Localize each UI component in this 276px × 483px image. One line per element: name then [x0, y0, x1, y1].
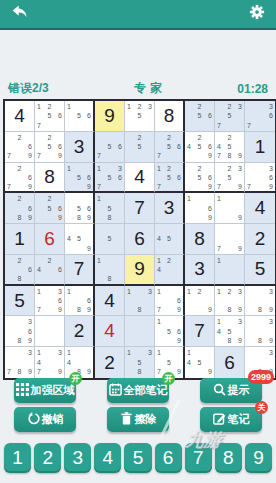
cell-notes: 567: [95, 132, 124, 162]
sudoku-cell-r1c1[interactable]: 4: [5, 101, 35, 132]
sudoku-cell-r1c7[interactable]: 256: [185, 101, 215, 132]
top-bar: [0, 0, 276, 30]
digit-button-8[interactable]: 8: [215, 443, 242, 473]
sudoku-cell-r8c6[interactable]: 1569: [155, 316, 185, 347]
sudoku-cell-r7c5[interactable]: 138: [125, 286, 155, 317]
cell-value: 9: [134, 258, 145, 280]
cell-notes: 2679: [5, 132, 34, 162]
notes-off-badge: 关: [255, 401, 268, 414]
sudoku-cell-r2c7[interactable]: 24569: [185, 132, 215, 163]
sudoku-cell-r7c3[interactable]: 1689: [65, 286, 95, 317]
cell-notes: 367: [245, 101, 275, 131]
sudoku-cell-r4c2[interactable]: 2569: [35, 193, 65, 224]
cell-value: 7: [74, 258, 85, 280]
cell-notes: 156: [65, 101, 93, 131]
sudoku-cell-r3c3[interactable]: 1569: [65, 163, 95, 194]
cell-value: 5: [255, 258, 266, 280]
sudoku-cell-r7c1[interactable]: 5: [5, 286, 35, 317]
toggle-on-badge: 开: [69, 372, 82, 385]
cell-value: 5: [14, 290, 25, 312]
cell-notes: 245789: [215, 132, 244, 162]
sudoku-cell-r5c2[interactable]: 6: [35, 224, 65, 255]
cell-notes: 3789: [5, 347, 34, 378]
difficulty-label: 专家: [134, 80, 166, 97]
cell-notes: 2569: [185, 163, 214, 192]
cell-notes: 389: [245, 316, 275, 346]
cell-notes: 13567: [95, 163, 124, 192]
sudoku-cell-r9c5[interactable]: 1358: [125, 347, 155, 378]
digit-button-4[interactable]: 4: [94, 443, 121, 473]
undo-icon: [27, 412, 40, 427]
sudoku-cell-r6c5[interactable]: 9: [125, 255, 155, 286]
cell-notes: 134589: [215, 316, 244, 346]
app-window: 错误2/3 专家 01:28 4125671569123582562357367…: [0, 0, 276, 483]
cell-notes: 3679: [245, 163, 275, 192]
digit-button-5[interactable]: 5: [124, 443, 151, 473]
cell-notes: 158: [95, 193, 124, 223]
highlight-regions-button[interactable]: 加强区域 开: [14, 378, 76, 403]
cell-notes: 1569: [155, 316, 183, 346]
digit-button-2[interactable]: 2: [34, 443, 61, 473]
sudoku-cell-r4c5[interactable]: 7: [125, 193, 155, 224]
sudoku-cell-r2c8[interactable]: 245789: [215, 132, 245, 163]
sudoku-cell-r1c9[interactable]: 367: [245, 101, 275, 132]
sudoku-cell-r7c6[interactable]: 1679: [155, 286, 185, 317]
digit-button-1[interactable]: 1: [4, 443, 31, 473]
cell-notes: 256: [185, 101, 214, 131]
cell-notes: 389: [245, 286, 275, 316]
cell-notes: 1459: [185, 347, 214, 378]
cell-value: 4: [255, 197, 266, 219]
cell-notes: 13479: [35, 347, 64, 378]
cell-value: 2: [104, 352, 115, 374]
sudoku-cell-r7c8[interactable]: 12389: [215, 286, 245, 317]
sudoku-cell-r9c8[interactable]: 6: [215, 347, 245, 378]
sudoku-cell-r5c6[interactable]: 45: [155, 224, 185, 255]
hint-label: 提示: [228, 383, 250, 398]
sudoku-cell-r3c1[interactable]: 2679: [5, 163, 35, 194]
cell-value-error: 4: [104, 320, 115, 342]
gear-icon: [248, 3, 266, 25]
cell-value: 1: [255, 136, 266, 158]
sudoku-cell-r5c8[interactable]: 79: [215, 224, 245, 255]
cell-value: 4: [134, 166, 145, 188]
sudoku-cell-r8c9[interactable]: 389: [245, 316, 275, 347]
sudoku-cell-r3c5[interactable]: 4: [125, 163, 155, 194]
cell-notes: 12389: [215, 286, 244, 316]
sudoku-cell-r6c7[interactable]: 3: [185, 255, 215, 286]
toggle-on-badge: 开: [162, 372, 175, 385]
digit-button-3[interactable]: 3: [64, 443, 91, 473]
sudoku-cell-r4c7[interactable]: 169: [185, 193, 215, 224]
sudoku-cell-r7c7[interactable]: 129: [185, 286, 215, 317]
cell-notes: 2689: [5, 193, 34, 223]
sudoku-cell-r2c4[interactable]: 567: [95, 132, 125, 163]
sudoku-cell-r7c4[interactable]: 4: [95, 286, 125, 317]
cell-notes: 1235: [125, 101, 154, 131]
digit-button-7[interactable]: 7: [185, 443, 212, 473]
cell-value: 7: [194, 320, 205, 342]
cell-value: 6: [134, 228, 145, 250]
cell-notes: 1: [215, 255, 244, 284]
numpad: 1 2 3 4 5 6 7 8 9: [4, 443, 272, 473]
sudoku-cell-r1c3[interactable]: 156: [65, 101, 95, 132]
cell-value: 3: [74, 136, 85, 158]
cell-notes: 129: [185, 286, 214, 316]
cell-notes: 24569: [185, 132, 214, 162]
cell-notes: 5: [95, 224, 124, 254]
cell-notes: 2567: [155, 132, 183, 162]
sudoku-cell-r2c3[interactable]: 3: [65, 132, 95, 163]
hint-count-badge: 2999: [248, 370, 274, 384]
cell-value: 2: [255, 228, 266, 250]
back-button[interactable]: [7, 2, 31, 26]
sudoku-cell-r1c8[interactable]: 2357: [215, 101, 245, 132]
sudoku-cell-r2c5[interactable]: 25: [125, 132, 155, 163]
cell-notes: 1689: [65, 286, 93, 316]
sudoku-cell-r9c4[interactable]: 2: [95, 347, 125, 378]
digit-button-9[interactable]: 9: [245, 443, 272, 473]
sudoku-cell-r4c3[interactable]: 5689: [65, 193, 95, 224]
cell-value: 2: [74, 320, 85, 342]
sudoku-cell-r6c1[interactable]: 268: [5, 255, 35, 286]
sudoku-cell-r4c1[interactable]: 2689: [5, 193, 35, 224]
sudoku-cell-r3c8[interactable]: 23579: [215, 163, 245, 194]
sudoku-cell-r8c8[interactable]: 134589: [215, 316, 245, 347]
cell-notes: 25: [125, 132, 154, 162]
grid-icon: [16, 383, 29, 398]
sudoku-cell-r9c2[interactable]: 13479: [35, 347, 65, 378]
cell-notes: 12567: [155, 163, 183, 192]
cell-notes: 124: [155, 255, 183, 284]
cell-notes: 3689: [5, 316, 34, 346]
all-notes-button[interactable]: 全部笔记 开: [107, 378, 169, 403]
sudoku-cell-r5c3[interactable]: 459: [65, 224, 95, 255]
cell-value: 8: [44, 166, 55, 188]
sudoku-cell-r5c4[interactable]: 5: [95, 224, 125, 255]
cell-notes: 25679: [35, 132, 64, 162]
erase-button[interactable]: 擦除: [107, 407, 169, 432]
sudoku-cell-r7c9[interactable]: 389: [245, 286, 275, 317]
search-icon: [213, 383, 226, 398]
sudoku-cell-r8c4[interactable]: 4: [95, 316, 125, 347]
cell-notes: 246: [35, 255, 64, 284]
cell-value: 3: [164, 197, 175, 219]
sudoku-cell-r6c4[interactable]: 18: [95, 255, 125, 286]
sudoku-cell-r4c6[interactable]: 3: [155, 193, 185, 224]
cell-notes: 79: [215, 224, 244, 254]
sudoku-cell-r3c2[interactable]: 8: [35, 163, 65, 194]
notes-icon: [109, 383, 122, 398]
cell-notes: 1358: [125, 347, 154, 378]
cell-notes: 1679: [155, 286, 183, 316]
sudoku-cell-r8c3[interactable]: 2: [65, 316, 95, 347]
sudoku-cell-r6c8[interactable]: 1: [215, 255, 245, 286]
sudoku-cell-r9c1[interactable]: 3789: [5, 347, 35, 378]
cell-notes: 268: [5, 255, 34, 284]
sudoku-cell-r8c7[interactable]: 7: [185, 316, 215, 347]
sudoku-cell-r1c4[interactable]: 9: [95, 101, 125, 132]
cell-notes: 12567: [35, 101, 64, 131]
sudoku-cell-r9c7[interactable]: 1459: [185, 347, 215, 378]
cell-notes: 5689: [65, 193, 93, 223]
digit-button-6[interactable]: 6: [155, 443, 182, 473]
sudoku-cell-r5c9[interactable]: 2: [245, 224, 275, 255]
cell-notes: 18: [95, 255, 124, 284]
undo-label: 撤销: [42, 412, 64, 427]
timer: 01:28: [237, 82, 268, 96]
cell-value: 8: [194, 228, 205, 250]
sudoku-cell-r4c4[interactable]: 158: [95, 193, 125, 224]
cell-notes: 2679: [5, 163, 34, 192]
cell-value: 4: [14, 105, 25, 127]
cell-value: 4: [104, 290, 115, 312]
cell-notes: 45: [155, 224, 183, 254]
tool-row-2: 撤销 擦除 笔记 关: [0, 407, 276, 432]
sudoku-cell-r8c2[interactable]: [35, 316, 65, 347]
pencil-icon: [213, 412, 226, 427]
sudoku-cell-r3c6[interactable]: 12567: [155, 163, 185, 194]
sudoku-cell-r5c1[interactable]: 1: [5, 224, 35, 255]
cell-notes: 2569: [35, 193, 64, 223]
error-counter: 错误2/3: [8, 80, 49, 97]
pencil-label: 笔记: [228, 412, 250, 427]
sudoku-cell-r3c4[interactable]: 13567: [95, 163, 125, 194]
sudoku-cell-r6c3[interactable]: 7: [65, 255, 95, 286]
sudoku-cell-r3c9[interactable]: 3679: [245, 163, 275, 194]
sudoku-board: 4125671569123582562357367267925679356725…: [3, 99, 276, 380]
sudoku-cell-r2c6[interactable]: 2567: [155, 132, 185, 163]
cell-value: 7: [134, 197, 145, 219]
sudoku-cell-r8c5[interactable]: [125, 316, 155, 347]
cell-notes: 169: [185, 193, 214, 223]
highlight-regions-label: 加强区域: [31, 383, 75, 398]
sudoku-cell-r6c9[interactable]: 5: [245, 255, 275, 286]
cell-value: 6: [224, 352, 235, 374]
sudoku-cell-r1c2[interactable]: 12567: [35, 101, 65, 132]
sudoku-cell-r4c9[interactable]: 4: [245, 193, 275, 224]
cell-notes: 1569: [65, 163, 93, 192]
cell-value: 9: [104, 105, 115, 127]
sudoku-cell-r3c7[interactable]: 2569: [185, 163, 215, 194]
sudoku-cell-r1c5[interactable]: 1235: [125, 101, 155, 132]
sudoku-cell-r7c2[interactable]: 13679: [35, 286, 65, 317]
tool-row-1: 加强区域 开 全部笔记 开 提示 2999: [0, 378, 276, 403]
status-bar: 错误2/3 专家 01:28: [8, 80, 268, 97]
sudoku-cell-r2c2[interactable]: 25679: [35, 132, 65, 163]
cell-value: 8: [164, 105, 175, 127]
undo-button[interactable]: 撤销: [14, 407, 76, 432]
erase-label: 擦除: [135, 412, 157, 427]
sudoku-cell-r2c9[interactable]: 1: [245, 132, 275, 163]
cell-notes: 2357: [215, 101, 244, 131]
back-arrow-icon: [10, 3, 29, 26]
sudoku-cell-r4c8[interactable]: 19: [215, 193, 245, 224]
all-notes-label: 全部笔记: [124, 383, 168, 398]
trash-icon: [120, 412, 133, 427]
cell-value: 3: [194, 258, 205, 280]
settings-button[interactable]: [245, 2, 269, 26]
sudoku-cell-r5c7[interactable]: 8: [185, 224, 215, 255]
cell-notes: 13679: [35, 286, 64, 316]
cell-notes: 23579: [215, 163, 244, 192]
sudoku-cell-r6c2[interactable]: 246: [35, 255, 65, 286]
cell-notes: 19: [215, 193, 244, 223]
sudoku-cell-r8c1[interactable]: 3689: [5, 316, 35, 347]
cell-notes: 138: [125, 286, 154, 316]
pencil-button[interactable]: 笔记 关: [200, 407, 262, 432]
cell-notes: 459: [65, 224, 93, 254]
sudoku-cell-r5c5[interactable]: 6: [125, 224, 155, 255]
hint-button[interactable]: 提示 2999: [200, 378, 262, 403]
cell-value-error: 6: [44, 228, 55, 250]
sudoku-cell-r1c6[interactable]: 8: [155, 101, 185, 132]
cell-value: 1: [14, 228, 25, 250]
sudoku-cell-r2c1[interactable]: 2679: [5, 132, 35, 163]
sudoku-cell-r6c6[interactable]: 124: [155, 255, 185, 286]
